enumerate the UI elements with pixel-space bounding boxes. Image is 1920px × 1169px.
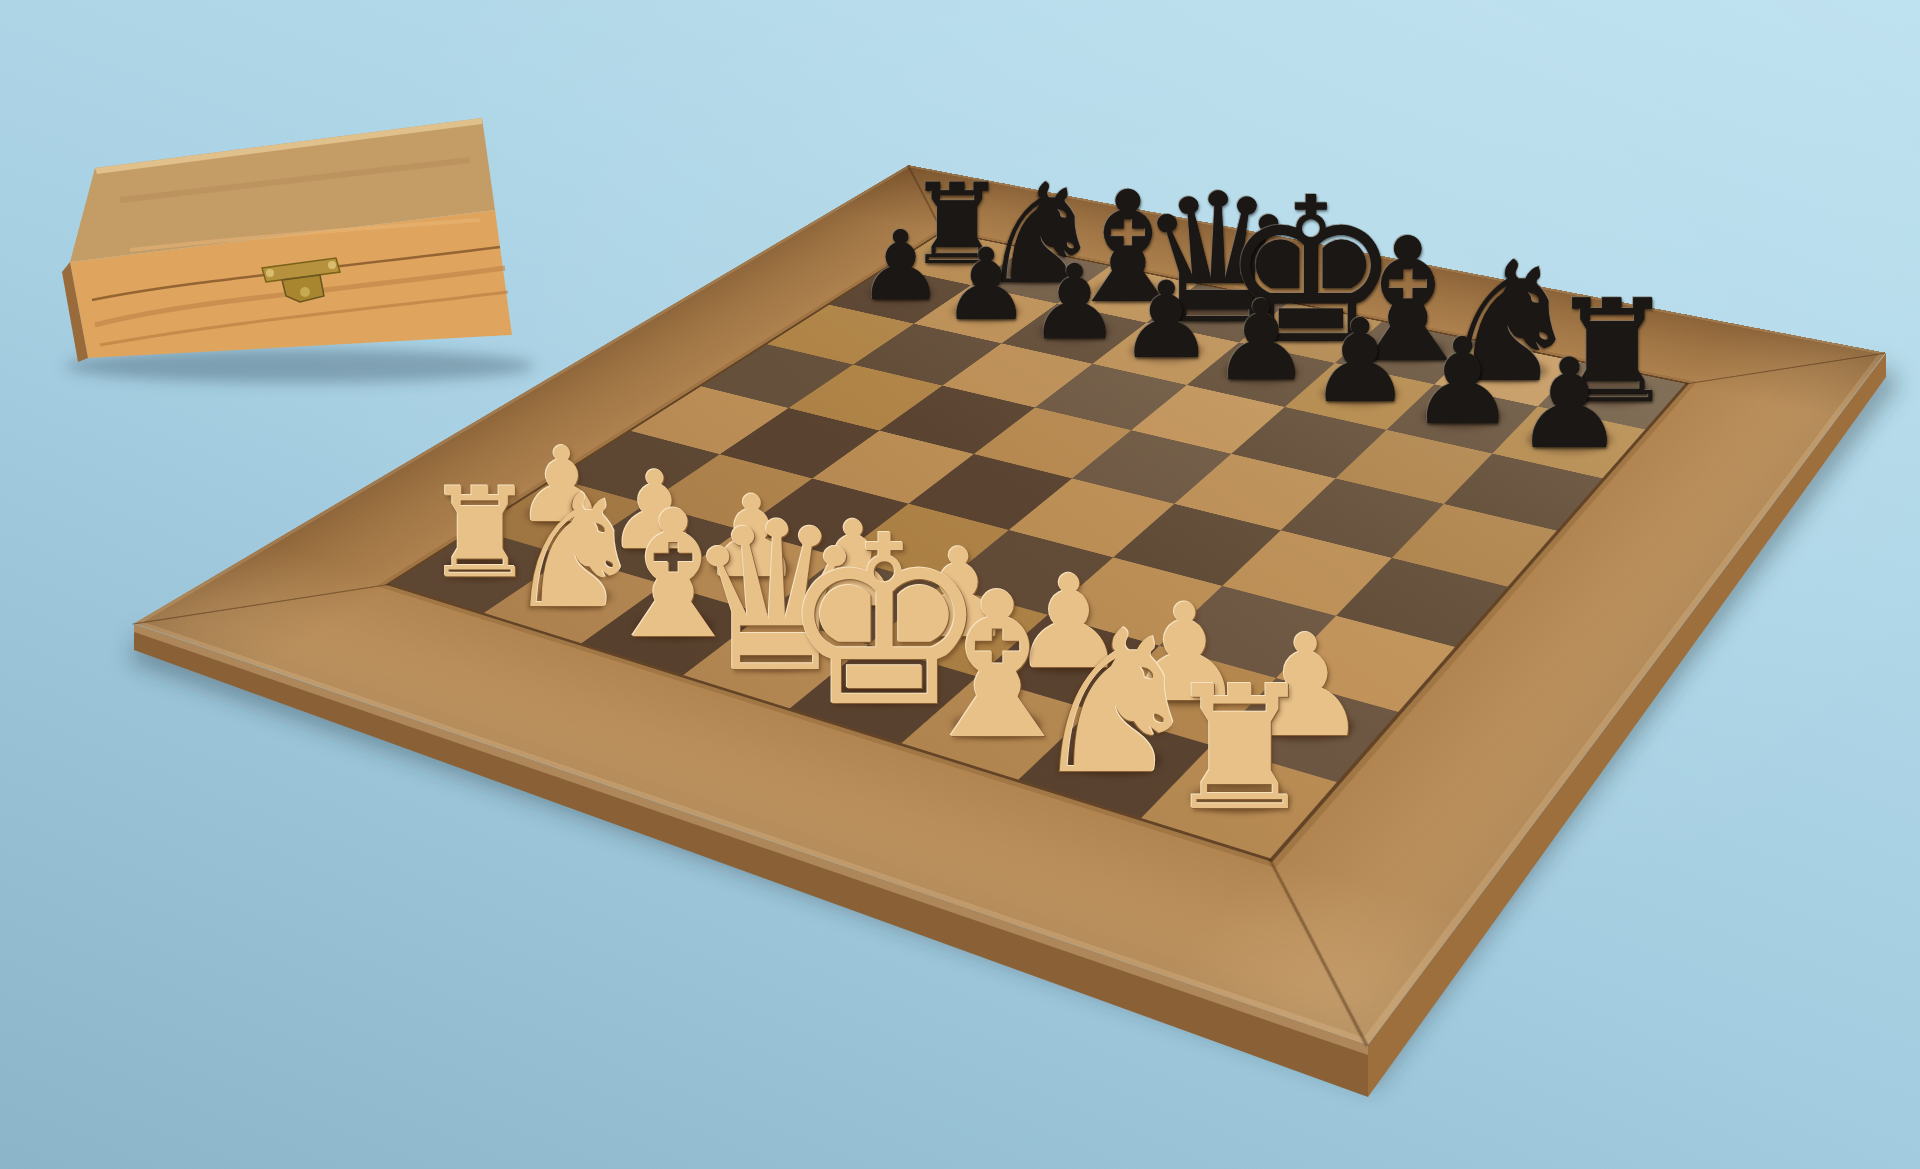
piece-black-pawn[interactable]: ♟: [1409, 323, 1516, 442]
piece-black-pawn[interactable]: ♟: [1309, 304, 1412, 419]
piece-black-pawn[interactable]: ♟: [1212, 285, 1312, 396]
photo-scene: ♜♞♝♟♛♟♚♟♝♟♞♟♜♟♟♟♟♟♜♟♞♟♝♟♛♟♚♟♝♟♞♜: [0, 0, 1920, 1169]
piece-black-pawn[interactable]: ♟: [1119, 268, 1214, 374]
piece-black-pawn[interactable]: ♟: [942, 234, 1031, 333]
piece-white-rook[interactable]: ♜: [1163, 663, 1316, 834]
piece-black-pawn[interactable]: ♟: [1514, 342, 1625, 466]
piece-black-pawn[interactable]: ♟: [858, 218, 944, 314]
piece-black-pawn[interactable]: ♟: [1028, 251, 1120, 354]
